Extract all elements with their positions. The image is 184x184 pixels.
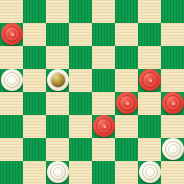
light-square — [115, 115, 138, 138]
dark-square[interactable] — [23, 138, 46, 161]
dark-square[interactable] — [69, 46, 92, 69]
dark-square[interactable] — [46, 115, 69, 138]
light-square — [138, 0, 161, 23]
dark-square[interactable] — [138, 161, 161, 184]
light-square — [138, 92, 161, 115]
red-man-piece[interactable] — [139, 69, 161, 91]
dark-square[interactable] — [46, 23, 69, 46]
light-square — [161, 161, 184, 184]
dark-square[interactable] — [92, 161, 115, 184]
light-square — [46, 92, 69, 115]
dark-square[interactable] — [69, 0, 92, 23]
light-square — [46, 0, 69, 23]
white-man-piece[interactable] — [139, 161, 161, 183]
dark-square[interactable] — [23, 92, 46, 115]
light-square — [69, 115, 92, 138]
dark-square[interactable] — [161, 46, 184, 69]
dark-square[interactable] — [161, 92, 184, 115]
light-square — [161, 23, 184, 46]
dark-square[interactable] — [69, 92, 92, 115]
light-square — [92, 92, 115, 115]
light-square — [161, 69, 184, 92]
dark-square[interactable] — [23, 0, 46, 23]
light-square — [46, 46, 69, 69]
dark-square[interactable] — [161, 138, 184, 161]
light-square — [115, 161, 138, 184]
red-man-piece[interactable] — [1, 23, 23, 45]
dark-square[interactable] — [0, 69, 23, 92]
light-square — [138, 46, 161, 69]
white-man-piece[interactable] — [162, 138, 184, 160]
light-square — [92, 0, 115, 23]
dark-square[interactable] — [0, 161, 23, 184]
light-square — [69, 69, 92, 92]
red-man-piece[interactable] — [116, 92, 138, 114]
dark-square[interactable] — [23, 46, 46, 69]
red-man-piece[interactable] — [93, 115, 115, 137]
light-square — [115, 23, 138, 46]
light-square — [0, 46, 23, 69]
dark-square[interactable] — [138, 23, 161, 46]
white-man-piece[interactable] — [47, 161, 69, 183]
dark-square[interactable] — [138, 115, 161, 138]
light-square — [23, 115, 46, 138]
dark-square[interactable] — [69, 138, 92, 161]
white-king-piece[interactable] — [47, 69, 69, 91]
light-square — [23, 23, 46, 46]
dark-square[interactable] — [92, 23, 115, 46]
white-man-piece[interactable] — [1, 69, 23, 91]
light-square — [23, 69, 46, 92]
dark-square[interactable] — [115, 0, 138, 23]
light-square — [161, 115, 184, 138]
dark-square[interactable] — [115, 46, 138, 69]
dark-square[interactable] — [115, 138, 138, 161]
dark-square[interactable] — [138, 69, 161, 92]
dark-square[interactable] — [161, 0, 184, 23]
light-square — [0, 92, 23, 115]
dark-square[interactable] — [0, 23, 23, 46]
light-square — [46, 138, 69, 161]
dark-square[interactable] — [115, 92, 138, 115]
light-square — [92, 46, 115, 69]
dark-square[interactable] — [46, 69, 69, 92]
checkers-board — [0, 0, 184, 184]
light-square — [138, 138, 161, 161]
red-man-piece[interactable] — [162, 92, 184, 114]
light-square — [23, 161, 46, 184]
dark-square[interactable] — [0, 115, 23, 138]
light-square — [92, 138, 115, 161]
dark-square[interactable] — [92, 69, 115, 92]
dark-square[interactable] — [92, 115, 115, 138]
light-square — [115, 69, 138, 92]
light-square — [0, 0, 23, 23]
light-square — [0, 138, 23, 161]
light-square — [69, 161, 92, 184]
light-square — [69, 23, 92, 46]
dark-square[interactable] — [46, 161, 69, 184]
